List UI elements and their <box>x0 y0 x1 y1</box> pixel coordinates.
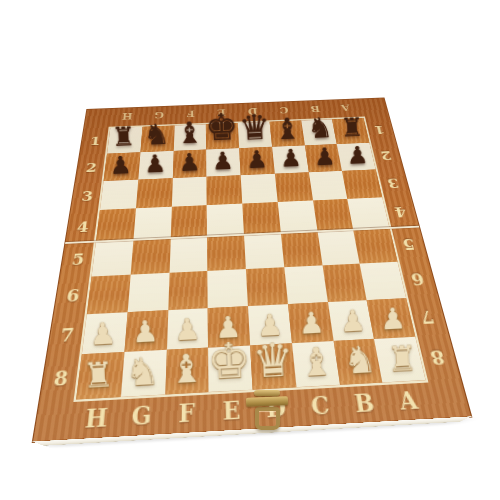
square-h5 <box>92 240 134 276</box>
file-label: C <box>296 385 345 426</box>
clasp-loop <box>255 407 280 430</box>
dark-pawn: ♟ <box>273 145 308 170</box>
rank-label: 2 <box>369 142 403 170</box>
square-e3 <box>207 175 243 205</box>
light-pawn: ♟ <box>372 303 414 334</box>
light-knight: ♞ <box>119 351 165 391</box>
square-d1: ♛ <box>238 122 272 148</box>
rank-label: 2 <box>75 153 107 181</box>
file-label: F <box>163 392 209 434</box>
square-d8: ♛ <box>250 344 296 390</box>
file-label: G <box>143 106 175 124</box>
square-b1: ♞ <box>301 119 337 145</box>
square-d2: ♟ <box>239 147 274 175</box>
light-rook: ♜ <box>380 341 424 377</box>
square-h7: ♟ <box>82 312 128 355</box>
square-b7: ♟ <box>327 300 374 342</box>
dark-rook: ♜ <box>106 123 140 150</box>
square-d3 <box>241 173 278 203</box>
square-b6 <box>322 263 367 301</box>
light-pawn: ♟ <box>207 312 250 344</box>
square-b5 <box>317 230 360 265</box>
file-label: A <box>329 99 363 117</box>
square-d7: ♟ <box>248 304 292 346</box>
file-label: B <box>339 382 390 423</box>
file-label: H <box>71 397 120 439</box>
square-h6 <box>87 274 131 313</box>
light-pawn: ♟ <box>81 318 124 350</box>
square-b4 <box>313 199 354 232</box>
file-label: C <box>267 101 300 119</box>
square-c3 <box>275 172 313 202</box>
square-h3 <box>100 179 138 210</box>
dark-pawn: ♟ <box>137 151 172 177</box>
light-bishop: ♝ <box>294 341 339 382</box>
dark-pawn: ♟ <box>171 149 206 174</box>
square-e8: ♚ <box>208 346 252 392</box>
light-pawn: ♟ <box>123 316 166 348</box>
file-label: A <box>383 380 435 421</box>
square-c5 <box>281 232 322 267</box>
file-label: B <box>298 100 332 118</box>
square-b3 <box>308 171 347 201</box>
file-label: H <box>111 107 144 125</box>
square-g5 <box>130 238 170 274</box>
rank-label: 4 <box>65 210 100 243</box>
square-d4 <box>242 202 280 235</box>
square-e7: ♟ <box>208 306 250 348</box>
rank-label: 8 <box>40 355 82 402</box>
rank-label: 3 <box>376 168 411 198</box>
square-f4 <box>170 205 207 238</box>
square-g8: ♞ <box>121 350 167 397</box>
light-rook: ♜ <box>75 357 121 394</box>
dark-pawn: ♟ <box>103 152 138 178</box>
light-queen: ♛ <box>250 336 295 384</box>
square-e1: ♚ <box>206 123 239 149</box>
square-h8: ♜ <box>76 352 124 399</box>
square-g6 <box>127 273 169 312</box>
rank-label: 7 <box>47 314 87 357</box>
square-g3 <box>136 178 173 209</box>
square-g1: ♞ <box>140 126 174 153</box>
light-pawn: ♟ <box>331 306 373 337</box>
square-h4 <box>96 209 136 242</box>
square-d6 <box>246 267 288 306</box>
square-f8: ♝ <box>165 348 209 395</box>
dark-pawn: ♟ <box>307 144 342 169</box>
light-pawn: ♟ <box>165 314 208 346</box>
square-g7: ♟ <box>124 310 168 353</box>
square-e4 <box>207 204 244 237</box>
rank-label: 4 <box>382 196 419 228</box>
square-c7: ♟ <box>288 302 333 344</box>
square-g2: ♟ <box>138 151 173 180</box>
dark-pawn: ♟ <box>206 148 241 173</box>
rank-label: 6 <box>54 276 92 315</box>
square-g4 <box>133 207 171 240</box>
square-d5 <box>244 233 284 269</box>
product-photo: HGFEDCBA HGFEDCBA 12345678 12345678 ♜♞♝♚… <box>0 0 500 500</box>
clasp-latch-icon <box>243 390 291 432</box>
rank-label: 1 <box>80 128 110 155</box>
square-h1: ♜ <box>107 127 142 154</box>
square-f3 <box>171 176 207 207</box>
file-label: G <box>117 394 164 436</box>
square-f7: ♟ <box>166 308 208 351</box>
clasp-hinge <box>254 390 280 396</box>
square-f6 <box>168 271 208 310</box>
light-pawn: ♟ <box>249 310 292 341</box>
square-b2: ♟ <box>304 144 342 172</box>
file-label: F <box>174 105 206 123</box>
square-h2: ♟ <box>104 152 141 181</box>
rank-label: 1 <box>364 117 396 143</box>
square-c1: ♝ <box>269 120 304 146</box>
square-c2: ♟ <box>272 145 308 173</box>
square-c8: ♝ <box>292 341 340 387</box>
square-f1: ♝ <box>173 124 206 150</box>
square-e2: ♟ <box>206 148 240 176</box>
file-label: E <box>206 104 238 122</box>
square-c4 <box>277 201 317 234</box>
dark-pawn: ♟ <box>239 146 274 171</box>
square-f5 <box>169 237 207 273</box>
file-label: D <box>237 103 269 121</box>
clasp-plate <box>246 396 288 406</box>
light-pawn: ♟ <box>290 308 332 339</box>
square-f2: ♟ <box>172 149 206 177</box>
rank-label: 5 <box>60 242 96 278</box>
light-bishop: ♝ <box>163 348 209 390</box>
square-e6 <box>208 269 248 308</box>
rank-label: 3 <box>71 181 104 212</box>
square-e5 <box>207 235 246 271</box>
square-c6 <box>284 265 327 303</box>
